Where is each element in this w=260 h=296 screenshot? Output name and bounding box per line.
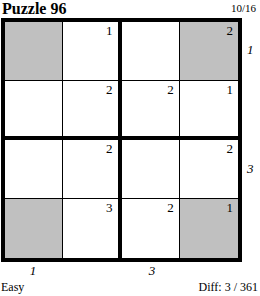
grid-cell-r3c4[interactable]: 2 bbox=[180, 140, 238, 199]
cell-clue: 2 bbox=[167, 82, 174, 97]
cell-clue: 2 bbox=[227, 141, 234, 156]
grid-cell-r2c1[interactable] bbox=[5, 81, 63, 140]
grid-cell-r4c1[interactable] bbox=[5, 199, 63, 258]
cell-clue: 2 bbox=[106, 141, 113, 156]
cell-clue: 1 bbox=[227, 200, 234, 215]
bottom-clue-col1: 1 bbox=[23, 264, 43, 278]
grid-cell-r1c3[interactable] bbox=[122, 22, 180, 81]
grid-cell-r4c2[interactable]: 3 bbox=[63, 199, 121, 258]
page-title: Puzzle 96 bbox=[2, 0, 66, 18]
page-indicator: 10/16 bbox=[231, 2, 256, 15]
grid-cell-r1c4[interactable]: 2 bbox=[180, 22, 238, 81]
grid-cell-r2c2[interactable]: 2 bbox=[63, 81, 121, 140]
cell-clue: 1 bbox=[227, 82, 234, 97]
difficulty-label: Easy bbox=[1, 280, 24, 294]
cell-clue: 1 bbox=[106, 23, 113, 38]
grid-cell-r3c2[interactable]: 2 bbox=[63, 140, 121, 199]
bottom-clue-col3: 3 bbox=[142, 264, 162, 278]
diff-stat: Diff: 3 / 361 bbox=[199, 280, 258, 294]
grid-cell-r1c1[interactable] bbox=[5, 22, 63, 81]
grid-cell-r3c1[interactable] bbox=[5, 140, 63, 199]
grid-cell-r2c3[interactable]: 2 bbox=[122, 81, 180, 140]
grid-cell-r2c4[interactable]: 1 bbox=[180, 81, 238, 140]
right-clue-row1: 1 bbox=[247, 43, 254, 57]
cell-clue: 2 bbox=[167, 200, 174, 215]
grid-cell-r4c4[interactable]: 1 bbox=[180, 199, 238, 258]
cell-clue: 2 bbox=[106, 82, 113, 97]
cell-clue: 3 bbox=[106, 200, 113, 215]
puzzle-page: Puzzle 96 10/16 1222122321 1 3 1 3 Easy … bbox=[0, 0, 260, 296]
grid-cell-r1c2[interactable]: 1 bbox=[63, 22, 121, 81]
cell-clue: 2 bbox=[227, 23, 234, 38]
right-clue-row3: 3 bbox=[247, 162, 254, 176]
grid-cell-r4c3[interactable]: 2 bbox=[122, 199, 180, 258]
grid-cell-r3c3[interactable] bbox=[122, 140, 180, 199]
puzzle-grid: 1222122321 bbox=[1, 18, 242, 262]
